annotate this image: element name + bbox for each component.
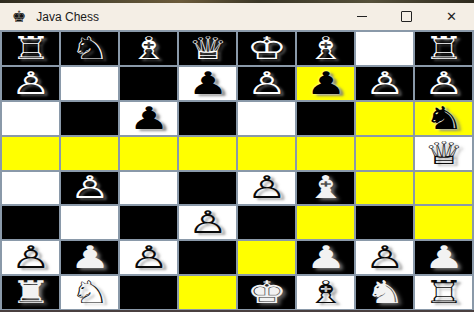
square-a4[interactable] <box>2 172 59 205</box>
square-f4[interactable]: ♝ <box>297 172 354 205</box>
titlebar[interactable]: ♚ Java Chess ✕ <box>0 3 474 30</box>
square-g2[interactable]: ♙ <box>356 241 413 274</box>
square-e2[interactable] <box>238 241 295 274</box>
square-h5[interactable]: ♕ <box>415 137 472 170</box>
square-g4[interactable] <box>356 172 413 205</box>
black-pawn: ♟︎ <box>187 67 227 98</box>
black-pawn: ♟︎ <box>305 67 345 98</box>
square-h2[interactable]: ♟︎ <box>415 241 472 274</box>
square-c4[interactable] <box>120 172 177 205</box>
square-h7[interactable]: ♙ <box>415 67 472 100</box>
white-pawn: ♙ <box>364 242 404 273</box>
black-rook: ♖ <box>423 33 463 64</box>
black-pawn: ♟︎ <box>128 102 168 133</box>
square-g1[interactable]: ♞ <box>356 276 413 309</box>
black-pawn: ♙ <box>69 172 109 203</box>
window-controls: ✕ <box>339 3 474 30</box>
maximize-icon <box>401 11 412 22</box>
white-pawn: ♙ <box>10 242 50 273</box>
maximize-button[interactable] <box>384 3 429 30</box>
square-b7[interactable] <box>61 67 118 100</box>
white-pawn: ♙ <box>128 242 168 273</box>
chess-board: ♖♘♗♕♔♗♖♙♟︎♙♟︎♙♙♟︎♞♕♙♙♝♙♙♟︎♙♟︎♙♟︎♜♘♚♗♞♖ <box>0 30 474 312</box>
white-knight: ♞ <box>364 277 404 308</box>
square-e4[interactable]: ♙ <box>238 172 295 205</box>
square-d3[interactable]: ♙ <box>179 206 236 239</box>
white-rook: ♜ <box>10 277 50 308</box>
close-icon: ✕ <box>446 10 457 23</box>
square-g8[interactable] <box>356 32 413 65</box>
square-f8[interactable]: ♗ <box>297 32 354 65</box>
square-b3[interactable] <box>61 206 118 239</box>
square-c2[interactable]: ♙ <box>120 241 177 274</box>
square-a1[interactable]: ♜ <box>2 276 59 309</box>
square-d6[interactable] <box>179 102 236 135</box>
minimize-icon <box>357 16 367 17</box>
black-pawn: ♙ <box>364 67 404 98</box>
black-rook: ♖ <box>10 33 50 64</box>
square-b1[interactable]: ♘ <box>61 276 118 309</box>
black-knight: ♘ <box>69 33 109 64</box>
square-f7[interactable]: ♟︎ <box>297 67 354 100</box>
square-e6[interactable] <box>238 102 295 135</box>
white-pawn: ♟︎ <box>305 242 345 273</box>
square-e8[interactable]: ♔ <box>238 32 295 65</box>
square-d4[interactable] <box>179 172 236 205</box>
square-d2[interactable] <box>179 241 236 274</box>
square-c3[interactable] <box>120 206 177 239</box>
white-knight: ♘ <box>69 277 109 308</box>
square-c6[interactable]: ♟︎ <box>120 102 177 135</box>
black-bishop: ♗ <box>305 33 345 64</box>
square-f3[interactable] <box>297 206 354 239</box>
white-pawn: ♙ <box>246 172 286 203</box>
square-b5[interactable] <box>61 137 118 170</box>
square-e5[interactable] <box>238 137 295 170</box>
square-b2[interactable]: ♟︎ <box>61 241 118 274</box>
square-c5[interactable] <box>120 137 177 170</box>
minimize-button[interactable] <box>339 3 384 30</box>
square-f5[interactable] <box>297 137 354 170</box>
black-king: ♔ <box>246 33 286 64</box>
square-d5[interactable] <box>179 137 236 170</box>
square-h1[interactable]: ♖ <box>415 276 472 309</box>
square-b8[interactable]: ♘ <box>61 32 118 65</box>
white-bishop: ♗ <box>305 277 345 308</box>
black-pawn: ♙ <box>10 67 50 98</box>
white-rook: ♖ <box>423 277 463 308</box>
black-knight: ♞ <box>423 102 463 133</box>
square-g3[interactable] <box>356 206 413 239</box>
square-a7[interactable]: ♙ <box>2 67 59 100</box>
square-h4[interactable] <box>415 172 472 205</box>
black-pawn: ♙ <box>246 67 286 98</box>
square-b4[interactable]: ♙ <box>61 172 118 205</box>
square-d7[interactable]: ♟︎ <box>179 67 236 100</box>
app-king-icon[interactable]: ♚ <box>12 9 26 25</box>
square-h8[interactable]: ♖ <box>415 32 472 65</box>
square-g6[interactable] <box>356 102 413 135</box>
square-a8[interactable]: ♖ <box>2 32 59 65</box>
square-a5[interactable] <box>2 137 59 170</box>
square-f6[interactable] <box>297 102 354 135</box>
white-pawn: ♟︎ <box>423 242 463 273</box>
square-c8[interactable]: ♗ <box>120 32 177 65</box>
square-a6[interactable] <box>2 102 59 135</box>
square-g5[interactable] <box>356 137 413 170</box>
square-c7[interactable] <box>120 67 177 100</box>
white-pawn: ♙ <box>187 207 227 238</box>
square-f1[interactable]: ♗ <box>297 276 354 309</box>
square-b6[interactable] <box>61 102 118 135</box>
white-king: ♚ <box>246 277 286 308</box>
square-e3[interactable] <box>238 206 295 239</box>
java-chess-window: ♚ Java Chess ✕ ♖♘♗♕♔♗♖♙♟︎♙♟︎♙♙♟︎♞♕♙♙♝♙♙♟… <box>0 0 474 312</box>
square-a2[interactable]: ♙ <box>2 241 59 274</box>
white-pawn: ♟︎ <box>69 242 109 273</box>
square-a3[interactable] <box>2 206 59 239</box>
square-c1[interactable] <box>120 276 177 309</box>
square-f2[interactable]: ♟︎ <box>297 241 354 274</box>
square-g7[interactable]: ♙ <box>356 67 413 100</box>
black-bishop: ♗ <box>128 33 168 64</box>
square-e7[interactable]: ♙ <box>238 67 295 100</box>
black-pawn: ♙ <box>423 67 463 98</box>
square-h6[interactable]: ♞ <box>415 102 472 135</box>
white-bishop: ♝ <box>305 172 345 203</box>
square-d1[interactable] <box>179 276 236 309</box>
window-title: Java Chess <box>36 10 99 24</box>
white-queen: ♕ <box>423 137 463 168</box>
square-d8[interactable]: ♕ <box>179 32 236 65</box>
black-queen: ♕ <box>187 33 227 64</box>
square-e1[interactable]: ♚ <box>238 276 295 309</box>
square-h3[interactable] <box>415 206 472 239</box>
close-button[interactable]: ✕ <box>429 3 474 30</box>
